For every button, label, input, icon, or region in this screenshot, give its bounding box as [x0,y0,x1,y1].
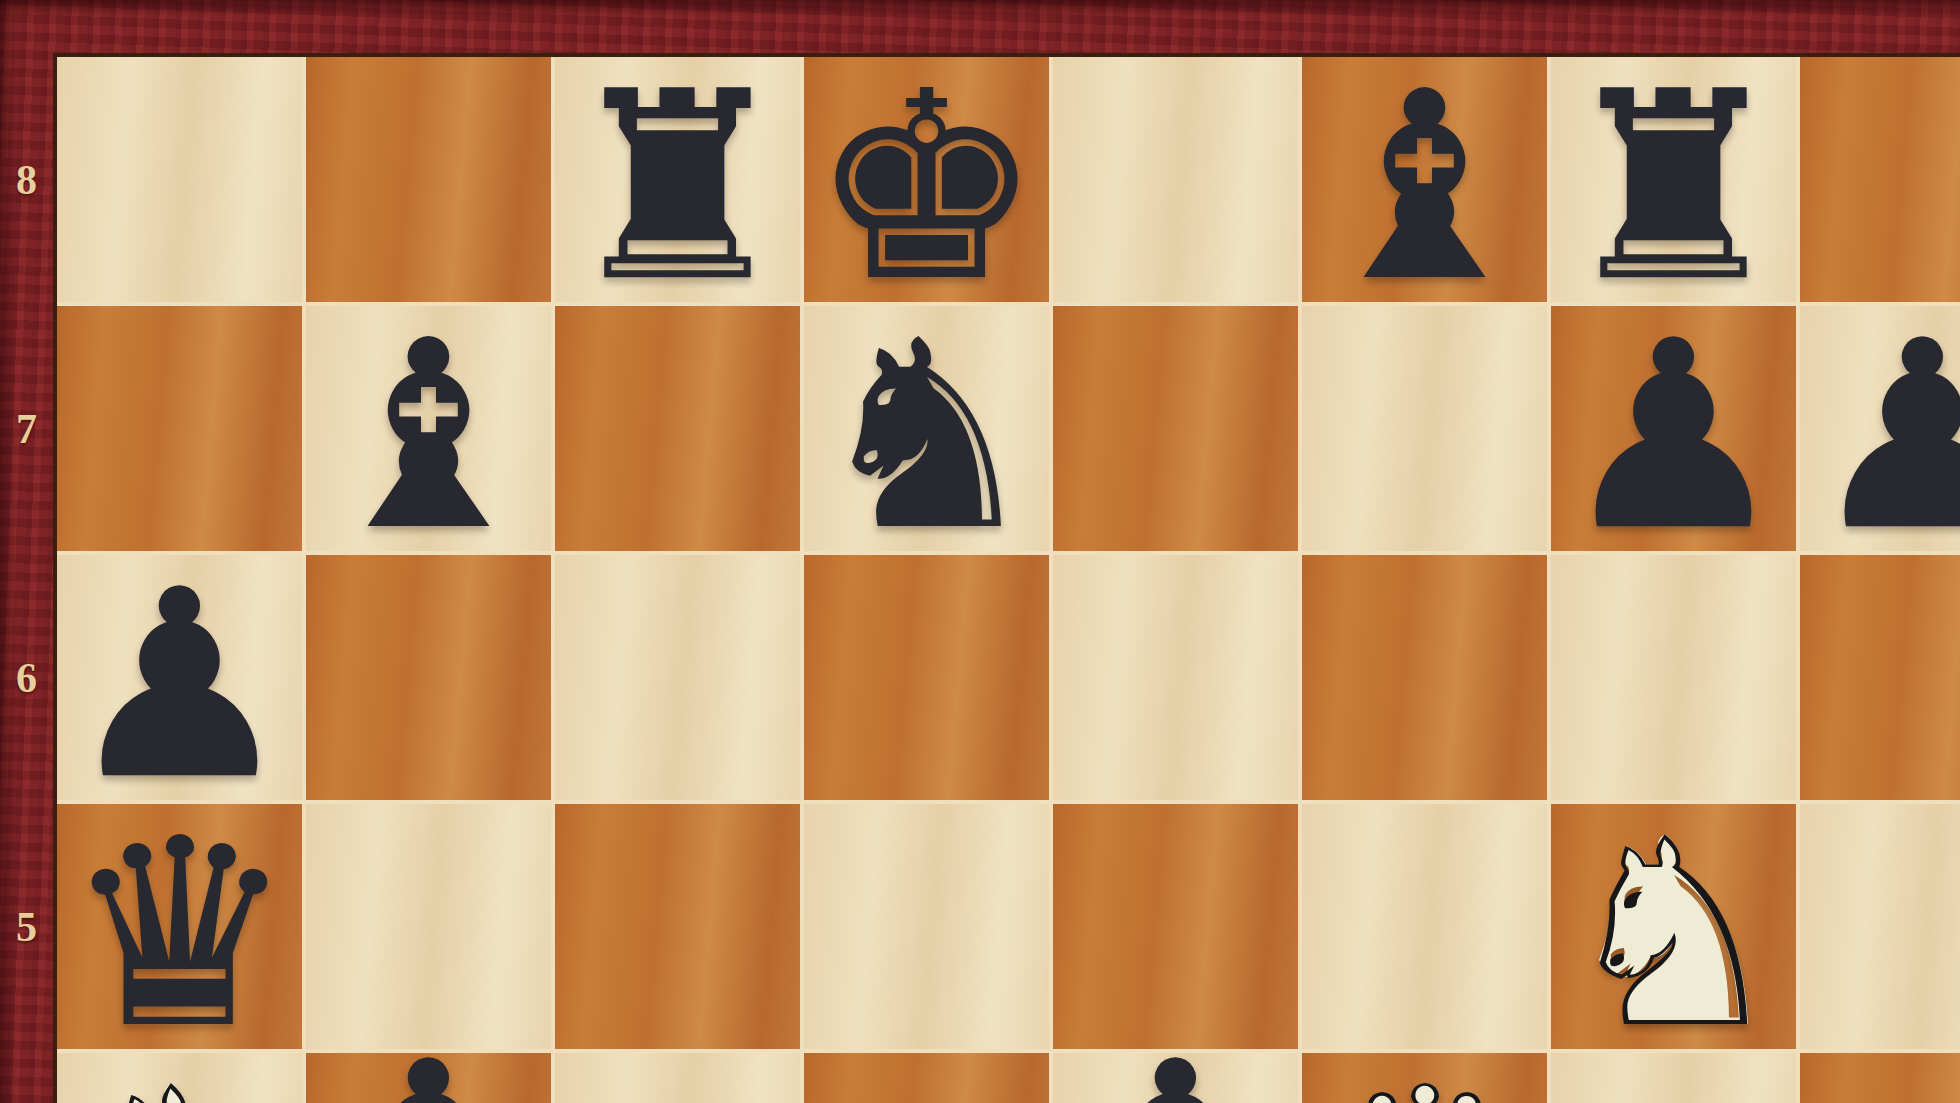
square-d4[interactable] [804,1053,1049,1103]
square-e7[interactable] [1053,306,1298,551]
square-h4[interactable] [1800,1053,1960,1103]
square-b8[interactable] [306,57,551,302]
black-pawn-glyph: ♟ [306,1035,551,1103]
black-pawn-glyph: ♟ [1800,314,1960,559]
rank-label-7: 7 [0,306,53,551]
square-f8[interactable]: ♝ [1302,57,1547,302]
square-d6[interactable] [804,555,1049,800]
black-pawn[interactable]: ♟ [57,563,302,808]
black-king[interactable]: ♚ [804,65,1049,310]
rank-label-6: 6 [0,555,53,800]
black-rook-glyph: ♜ [1551,65,1796,310]
square-c7[interactable] [555,306,800,551]
black-pawn[interactable]: ♟ [306,1035,551,1103]
black-queen-glyph: ♛ [57,812,302,1057]
square-a5[interactable]: ♛ [57,804,302,1049]
white-knight[interactable]: ♞♘ [57,1061,302,1103]
square-f5[interactable] [1302,804,1547,1049]
white-queen-outline: ♕ [1302,1061,1547,1103]
square-c4[interactable] [555,1053,800,1103]
black-rook[interactable]: ♜ [1551,65,1796,310]
black-pawn[interactable]: ♟ [1551,314,1796,559]
black-pawn-glyph: ♟ [1551,314,1796,559]
square-g6[interactable] [1551,555,1796,800]
black-queen[interactable]: ♛ [57,812,302,1057]
white-queen[interactable]: ♛♕ [1302,1061,1547,1103]
black-bishop[interactable]: ♝ [306,314,551,559]
square-f6[interactable] [1302,555,1547,800]
square-d8[interactable]: ♚ [804,57,1049,302]
square-h7[interactable]: ♟ [1800,306,1960,551]
square-f4[interactable]: ♛♕ [1302,1053,1547,1103]
black-bishop-glyph: ♝ [306,314,551,559]
square-e8[interactable] [1053,57,1298,302]
square-h6[interactable] [1800,555,1960,800]
black-bishop-glyph: ♝ [1302,65,1547,310]
square-d5[interactable] [804,804,1049,1049]
black-rook-glyph: ♜ [555,65,800,310]
square-g8[interactable]: ♜ [1551,57,1796,302]
square-b6[interactable] [306,555,551,800]
rank-label-8: 8 [0,57,53,302]
black-knight[interactable]: ♞ [804,314,1049,559]
square-e6[interactable] [1053,555,1298,800]
square-h8[interactable] [1800,57,1960,302]
chess-board-screenshot: ♜♚♝♜♝♞♟♟♟♛♞♘♞♘♟♟♛♕ 8765 [0,0,1960,1103]
black-knight-glyph: ♞ [804,314,1049,559]
square-c5[interactable] [555,804,800,1049]
board: ♜♚♝♜♝♞♟♟♟♛♞♘♞♘♟♟♛♕ [57,57,1960,1103]
square-g4[interactable] [1551,1053,1796,1103]
black-bishop[interactable]: ♝ [1302,65,1547,310]
white-knight-outline: ♘ [1551,812,1796,1057]
square-a4[interactable]: ♞♘ [57,1053,302,1103]
black-pawn[interactable]: ♟ [1800,314,1960,559]
square-e4[interactable]: ♟ [1053,1053,1298,1103]
square-b7[interactable]: ♝ [306,306,551,551]
black-king-glyph: ♚ [804,65,1049,310]
square-b4[interactable]: ♟ [306,1053,551,1103]
square-g7[interactable]: ♟ [1551,306,1796,551]
white-knight[interactable]: ♞♘ [1551,812,1796,1057]
square-c6[interactable] [555,555,800,800]
square-c8[interactable]: ♜ [555,57,800,302]
black-pawn-glyph: ♟ [1053,1035,1298,1103]
square-g5[interactable]: ♞♘ [1551,804,1796,1049]
white-knight-outline: ♘ [57,1061,302,1103]
square-a6[interactable]: ♟ [57,555,302,800]
black-pawn[interactable]: ♟ [1053,1035,1298,1103]
square-a7[interactable] [57,306,302,551]
square-a8[interactable] [57,57,302,302]
square-h5[interactable] [1800,804,1960,1049]
rank-label-5: 5 [0,804,53,1049]
square-d7[interactable]: ♞ [804,306,1049,551]
square-f7[interactable] [1302,306,1547,551]
black-pawn-glyph: ♟ [57,563,302,808]
black-rook[interactable]: ♜ [555,65,800,310]
